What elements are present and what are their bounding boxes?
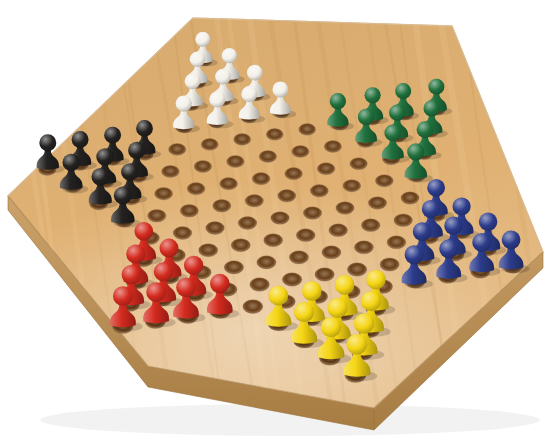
peg-head (195, 32, 210, 47)
peg-head (428, 79, 444, 95)
hole-r7c8[interactable] (375, 175, 393, 187)
hole-r4c4[interactable] (169, 144, 186, 156)
hole-r8c4[interactable] (271, 212, 289, 225)
hole-r9c4[interactable] (264, 234, 283, 247)
hole-r7c3[interactable] (213, 200, 231, 213)
peg-head (39, 134, 56, 151)
peg-head (384, 124, 401, 141)
hole-r11c7[interactable] (347, 263, 366, 276)
peg-head (209, 91, 225, 107)
peg-head (354, 313, 374, 333)
peg-head (92, 168, 110, 186)
chinese-checkers-board (0, 0, 560, 445)
hole-r5c3[interactable] (162, 166, 180, 178)
hole-r5c5[interactable] (227, 156, 244, 168)
peg-head (114, 187, 132, 205)
hole-r4c5[interactable] (201, 139, 218, 151)
peg-head (358, 109, 374, 125)
peg-head (405, 245, 424, 264)
hole-r10c5[interactable] (289, 251, 308, 264)
peg-head (422, 200, 440, 218)
hole-r7c1[interactable] (148, 210, 166, 223)
wood-grain-line (547, 0, 560, 445)
peg-head (269, 286, 289, 306)
peg-head (453, 197, 471, 215)
peg-head (154, 262, 173, 281)
hole-r9c2[interactable] (199, 244, 218, 257)
peg-head (190, 52, 205, 67)
peg-head (126, 244, 145, 263)
hole-r4c6[interactable] (234, 134, 251, 146)
peg-head (361, 291, 381, 311)
peg-head (113, 286, 133, 306)
hole-r7c7[interactable] (343, 180, 361, 192)
hole-r7c2[interactable] (180, 205, 198, 218)
peg-head (365, 87, 381, 103)
peg-head (424, 100, 440, 116)
peg-head (366, 270, 385, 289)
peg-head (176, 278, 196, 298)
hole-r9c8[interactable] (394, 214, 412, 227)
peg-head (472, 233, 491, 252)
hole-r5c6[interactable] (259, 151, 276, 163)
peg-head (128, 142, 145, 159)
peg-head (121, 163, 139, 181)
peg-head (502, 230, 521, 249)
hole-r4c8[interactable] (299, 124, 316, 136)
peg-head (417, 121, 434, 138)
hole-r8c2[interactable] (206, 222, 225, 235)
hole-r10c3[interactable] (224, 261, 243, 274)
peg-head (104, 127, 121, 144)
hole-r8c8[interactable] (401, 192, 419, 204)
peg-head (321, 317, 341, 337)
hole-r6c4[interactable] (220, 178, 238, 190)
hole-r8c7[interactable] (368, 197, 386, 209)
peg-head (479, 213, 497, 231)
peg-head (160, 239, 179, 258)
hole-r11c8[interactable] (380, 258, 399, 271)
peg-head (135, 222, 154, 241)
peg-head (335, 275, 355, 295)
hole-r10c8[interactable] (387, 236, 406, 249)
peg-head (413, 222, 432, 241)
peg-head (407, 143, 424, 160)
hole-r8c1[interactable] (173, 227, 192, 240)
peg-head (427, 179, 445, 197)
hole-r5c7[interactable] (292, 146, 309, 158)
peg-head (185, 73, 201, 89)
peg-head (439, 239, 458, 258)
photo-canvas (0, 0, 560, 445)
hole-r6c5[interactable] (252, 173, 270, 185)
hole-r6c3[interactable] (187, 183, 205, 195)
hole-r5c4[interactable] (194, 161, 211, 173)
hole-r9c3[interactable] (231, 239, 250, 252)
peg-head (330, 93, 346, 109)
peg-head (215, 69, 231, 85)
hole-r12c4[interactable] (243, 300, 263, 314)
peg-head (395, 83, 411, 99)
peg-head (347, 334, 368, 355)
hole-r11c5[interactable] (282, 273, 302, 286)
peg-head (222, 48, 237, 63)
hole-r8c6[interactable] (336, 202, 354, 215)
peg-head (328, 298, 348, 318)
peg-head (444, 216, 462, 234)
peg-head (184, 256, 203, 275)
hole-r7c6[interactable] (310, 185, 328, 197)
hole-r11c6[interactable] (315, 268, 334, 281)
hole-r5c8[interactable] (324, 141, 341, 153)
peg-head (302, 281, 322, 301)
peg-head (176, 95, 192, 111)
peg-head (146, 282, 166, 302)
peg-head (63, 154, 80, 171)
hole-r9c5[interactable] (296, 229, 315, 242)
hole-r7c4[interactable] (245, 195, 263, 207)
hole-r6c8[interactable] (350, 158, 367, 170)
hole-r9c6[interactable] (329, 224, 348, 237)
peg-head (122, 265, 141, 284)
peg-head (389, 105, 405, 121)
peg-head (241, 86, 257, 102)
hole-r8c5[interactable] (303, 207, 321, 220)
hole-r10c6[interactable] (322, 246, 341, 259)
peg-head (294, 302, 314, 322)
peg-head (136, 120, 153, 137)
hole-r6c6[interactable] (285, 168, 303, 180)
hole-r8c3[interactable] (238, 217, 257, 230)
peg-head (210, 274, 230, 294)
peg-head (247, 65, 263, 81)
peg-head (96, 148, 113, 165)
peg-head (272, 81, 288, 97)
hole-r4c7[interactable] (266, 129, 283, 141)
hole-r9c7[interactable] (361, 219, 380, 232)
hole-r10c4[interactable] (257, 256, 276, 269)
hole-r10c7[interactable] (354, 241, 373, 254)
hole-r6c7[interactable] (317, 163, 335, 175)
hole-r6c2[interactable] (155, 188, 173, 200)
hole-r7c5[interactable] (278, 190, 296, 202)
hole-r11c4[interactable] (250, 278, 270, 292)
peg-head (72, 131, 89, 148)
